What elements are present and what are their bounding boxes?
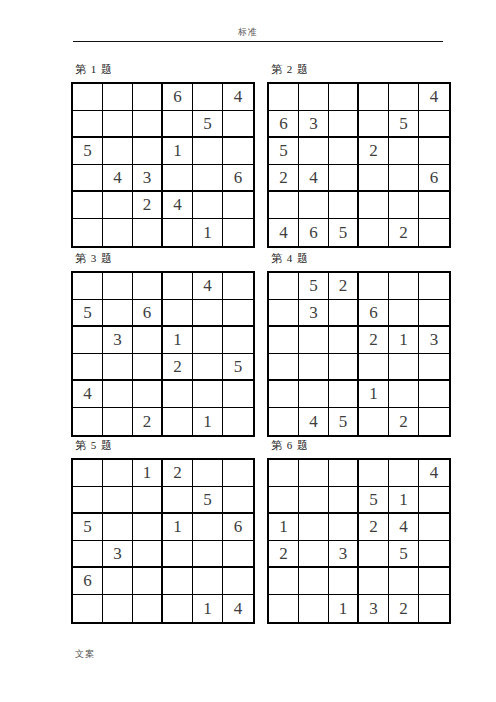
- puzzle-4-cell-r1c3: 2: [329, 273, 359, 300]
- puzzle-1-grid: 64551436241: [71, 82, 255, 248]
- puzzle-1-cell-r2c1: [73, 111, 103, 138]
- puzzle-1-cell-r1c3: [133, 84, 163, 111]
- puzzle-2-cell-r3c5: [389, 138, 419, 165]
- puzzle-3-cell-r6c1: [73, 408, 103, 435]
- puzzle-2-cell-r3c4: 2: [359, 138, 389, 165]
- puzzle-4-cell-r3c6: 3: [419, 327, 449, 354]
- puzzle-1-cell-r6c3: [133, 219, 163, 246]
- puzzle-3-cell-r3c5: [193, 327, 223, 354]
- puzzle-2-cell-r5c1: [269, 192, 299, 219]
- puzzle-1-cell-r4c4: [163, 165, 193, 192]
- puzzle-6-cell-r1c2: [299, 460, 329, 487]
- puzzle-4-cell-r6c5: 2: [389, 408, 419, 435]
- puzzle-6-cell-r4c3: 3: [329, 541, 359, 568]
- puzzle-6-cell-r1c5: [389, 460, 419, 487]
- puzzle-2-cell-r1c4: [359, 84, 389, 111]
- puzzle-4-cell-r1c2: 5: [299, 273, 329, 300]
- puzzle-4-cell-r3c3: [329, 327, 359, 354]
- puzzle-1-cell-r3c1: 5: [73, 138, 103, 165]
- puzzle-5-cell-r1c4: 2: [163, 460, 193, 487]
- puzzle-4-cell-r1c1: [269, 273, 299, 300]
- puzzle-2-cell-r6c6: [419, 219, 449, 246]
- puzzle-3-cell-r1c6: [223, 273, 253, 300]
- puzzle-6-cell-r6c2: [299, 595, 329, 622]
- puzzle-5-cell-r4c5: [193, 541, 223, 568]
- puzzle-5-cell-r6c6: 4: [223, 595, 253, 622]
- puzzle-3-cell-r3c4: 1: [163, 327, 193, 354]
- puzzle-5-cell-r2c4: [163, 487, 193, 514]
- puzzle-2-cell-r4c2: 4: [299, 165, 329, 192]
- puzzle-2-cell-r4c3: [329, 165, 359, 192]
- puzzle-3-cell-r2c3: 6: [133, 300, 163, 327]
- puzzle-4-grid: 52362131452: [267, 271, 451, 437]
- puzzle-1-cell-r3c5: [193, 138, 223, 165]
- puzzle-6-cell-r5c4: [359, 568, 389, 595]
- puzzle-2-cell-r4c6: 6: [419, 165, 449, 192]
- puzzle-6-cell-r3c4: 2: [359, 514, 389, 541]
- puzzle-6-label: 第 6 题: [271, 438, 451, 451]
- puzzle-2-cell-r2c3: [329, 111, 359, 138]
- puzzle-2-cell-r3c1: 5: [269, 138, 299, 165]
- puzzle-5-cell-r6c1: [73, 595, 103, 622]
- puzzle-2-cell-r2c2: 3: [299, 111, 329, 138]
- puzzle-6-cell-r5c2: [299, 568, 329, 595]
- puzzle-1-cell-r4c5: [193, 165, 223, 192]
- puzzle-1-cell-r5c3: 2: [133, 192, 163, 219]
- puzzle-6-cell-r3c2: [299, 514, 329, 541]
- puzzle-5-grid: 1255163614: [71, 458, 255, 624]
- puzzle-2-cell-r2c4: [359, 111, 389, 138]
- puzzle-6-cell-r4c2: [299, 541, 329, 568]
- puzzle-5-cell-r1c5: [193, 460, 223, 487]
- puzzle-5-cell-r3c4: 1: [163, 514, 193, 541]
- puzzle-5-cell-r3c5: [193, 514, 223, 541]
- puzzle-5-label: 第 5 题: [75, 438, 255, 451]
- puzzle-2-cell-r5c2: [299, 192, 329, 219]
- puzzle-5-cell-r4c4: [163, 541, 193, 568]
- puzzle-3: 第 3 题 4563125421: [71, 251, 255, 437]
- puzzle-5-cell-r2c3: [133, 487, 163, 514]
- puzzle-6-cell-r3c3: [329, 514, 359, 541]
- puzzle-1-cell-r4c2: 4: [103, 165, 133, 192]
- puzzle-5-cell-r5c4: [163, 568, 193, 595]
- puzzle-5-cell-r4c6: [223, 541, 253, 568]
- puzzle-4-cell-r2c6: [419, 300, 449, 327]
- puzzle-2-cell-r1c5: [389, 84, 419, 111]
- puzzle-4-cell-r4c5: [389, 354, 419, 381]
- puzzle-3-cell-r1c5: 4: [193, 273, 223, 300]
- puzzle-1-cell-r4c6: 6: [223, 165, 253, 192]
- puzzle-1-cell-r1c5: [193, 84, 223, 111]
- puzzle-6-cell-r6c4: 3: [359, 595, 389, 622]
- puzzle-3-grid: 4563125421: [71, 271, 255, 437]
- puzzle-1-cell-r4c3: 3: [133, 165, 163, 192]
- puzzle-5-cell-r1c2: [103, 460, 133, 487]
- puzzle-1-cell-r3c6: [223, 138, 253, 165]
- puzzle-4-cell-r5c4: 1: [359, 381, 389, 408]
- puzzle-2-cell-r6c1: 4: [269, 219, 299, 246]
- footer-label: 文案: [75, 648, 95, 661]
- puzzle-4-cell-r5c2: [299, 381, 329, 408]
- puzzle-1-cell-r5c2: [103, 192, 133, 219]
- puzzle-3-cell-r1c2: [103, 273, 133, 300]
- puzzle-1-cell-r6c6: [223, 219, 253, 246]
- puzzle-3-cell-r4c6: 5: [223, 354, 253, 381]
- puzzle-3-cell-r5c4: [163, 381, 193, 408]
- puzzle-5-cell-r5c3: [133, 568, 163, 595]
- puzzle-5-cell-r6c3: [133, 595, 163, 622]
- puzzle-5-cell-r6c4: [163, 595, 193, 622]
- puzzle-6-cell-r1c6: 4: [419, 460, 449, 487]
- puzzle-6-cell-r5c6: [419, 568, 449, 595]
- puzzle-4-cell-r6c4: [359, 408, 389, 435]
- puzzle-4-cell-r4c2: [299, 354, 329, 381]
- puzzle-3-cell-r2c6: [223, 300, 253, 327]
- puzzle-5-cell-r1c6: [223, 460, 253, 487]
- puzzle-4-cell-r1c6: [419, 273, 449, 300]
- puzzle-1-cell-r1c6: 4: [223, 84, 253, 111]
- puzzle-4-label: 第 4 题: [271, 251, 451, 264]
- puzzle-1-cell-r5c4: 4: [163, 192, 193, 219]
- puzzle-2-cell-r2c6: [419, 111, 449, 138]
- puzzle-4-cell-r6c1: [269, 408, 299, 435]
- puzzle-3-cell-r4c2: [103, 354, 133, 381]
- puzzle-1-cell-r3c4: 1: [163, 138, 193, 165]
- puzzle-4-cell-r3c2: [299, 327, 329, 354]
- puzzle-3-cell-r1c1: [73, 273, 103, 300]
- puzzle-5-cell-r2c2: [103, 487, 133, 514]
- puzzle-1: 第 1 题 64551436241: [71, 62, 255, 248]
- puzzle-6-cell-r4c6: [419, 541, 449, 568]
- puzzle-5-cell-r2c6: [223, 487, 253, 514]
- puzzle-4-cell-r4c3: [329, 354, 359, 381]
- puzzle-4-cell-r4c6: [419, 354, 449, 381]
- puzzle-1-cell-r4c1: [73, 165, 103, 192]
- puzzle-1-cell-r6c4: [163, 219, 193, 246]
- puzzle-2-cell-r3c3: [329, 138, 359, 165]
- puzzle-1-cell-r2c4: [163, 111, 193, 138]
- puzzle-2-cell-r5c6: [419, 192, 449, 219]
- puzzle-4-cell-r3c5: 1: [389, 327, 419, 354]
- puzzle-4-cell-r2c1: [269, 300, 299, 327]
- puzzle-6-cell-r1c3: [329, 460, 359, 487]
- puzzle-4-cell-r2c5: [389, 300, 419, 327]
- puzzle-4-cell-r2c3: [329, 300, 359, 327]
- puzzle-3-cell-r2c5: [193, 300, 223, 327]
- puzzle-3-cell-r6c4: [163, 408, 193, 435]
- puzzle-5-cell-r3c1: 5: [73, 514, 103, 541]
- puzzle-6-cell-r1c4: [359, 460, 389, 487]
- puzzle-6-cell-r3c1: 1: [269, 514, 299, 541]
- puzzle-2-cell-r6c2: 6: [299, 219, 329, 246]
- puzzle-3-cell-r1c3: [133, 273, 163, 300]
- puzzle-1-cell-r6c2: [103, 219, 133, 246]
- puzzle-3-cell-r4c5: [193, 354, 223, 381]
- puzzle-6-cell-r2c3: [329, 487, 359, 514]
- puzzle-3-cell-r2c2: [103, 300, 133, 327]
- header-rule: [73, 41, 443, 42]
- puzzle-2-cell-r6c3: 5: [329, 219, 359, 246]
- puzzle-5-cell-r6c2: [103, 595, 133, 622]
- puzzle-6-cell-r6c5: 2: [389, 595, 419, 622]
- puzzle-5-cell-r3c2: [103, 514, 133, 541]
- puzzle-2-cell-r1c6: 4: [419, 84, 449, 111]
- puzzle-1-cell-r1c4: 6: [163, 84, 193, 111]
- puzzle-1-cell-r5c6: [223, 192, 253, 219]
- puzzle-3-cell-r6c3: 2: [133, 408, 163, 435]
- puzzle-2-cell-r1c2: [299, 84, 329, 111]
- puzzle-1-cell-r2c3: [133, 111, 163, 138]
- puzzle-1-cell-r3c2: [103, 138, 133, 165]
- puzzle-2-cell-r5c3: [329, 192, 359, 219]
- puzzle-1-cell-r1c1: [73, 84, 103, 111]
- puzzle-3-cell-r4c3: [133, 354, 163, 381]
- puzzle-4-cell-r5c6: [419, 381, 449, 408]
- puzzle-3-cell-r1c4: [163, 273, 193, 300]
- puzzle-6-cell-r2c4: 5: [359, 487, 389, 514]
- puzzle-4-cell-r4c1: [269, 354, 299, 381]
- puzzle-6-cell-r3c6: [419, 514, 449, 541]
- puzzle-3-cell-r4c1: [73, 354, 103, 381]
- puzzle-5-cell-r2c5: 5: [193, 487, 223, 514]
- puzzle-3-cell-r5c3: [133, 381, 163, 408]
- puzzle-3-cell-r6c6: [223, 408, 253, 435]
- puzzle-3-cell-r5c6: [223, 381, 253, 408]
- puzzle-6-cell-r5c3: [329, 568, 359, 595]
- puzzle-1-cell-r1c2: [103, 84, 133, 111]
- puzzle-5-cell-r1c1: [73, 460, 103, 487]
- puzzle-5-cell-r5c1: 6: [73, 568, 103, 595]
- puzzle-2-cell-r3c2: [299, 138, 329, 165]
- puzzle-6: 第 6 题 451124235132: [267, 438, 451, 624]
- puzzle-2-cell-r2c1: 6: [269, 111, 299, 138]
- puzzle-6-cell-r3c5: 4: [389, 514, 419, 541]
- puzzle-3-cell-r3c6: [223, 327, 253, 354]
- puzzle-6-cell-r4c4: [359, 541, 389, 568]
- puzzle-1-cell-r6c1: [73, 219, 103, 246]
- puzzle-6-cell-r6c3: 1: [329, 595, 359, 622]
- puzzle-5-cell-r1c3: 1: [133, 460, 163, 487]
- puzzle-2-cell-r4c5: [389, 165, 419, 192]
- puzzle-1-cell-r2c5: 5: [193, 111, 223, 138]
- puzzle-3-cell-r3c3: [133, 327, 163, 354]
- puzzle-4-cell-r5c3: [329, 381, 359, 408]
- puzzle-3-cell-r5c2: [103, 381, 133, 408]
- puzzle-6-cell-r2c2: [299, 487, 329, 514]
- puzzle-4-cell-r4c4: [359, 354, 389, 381]
- puzzle-1-cell-r6c5: 1: [193, 219, 223, 246]
- puzzle-3-cell-r2c4: [163, 300, 193, 327]
- puzzle-3-cell-r6c5: 1: [193, 408, 223, 435]
- puzzle-5-cell-r5c2: [103, 568, 133, 595]
- puzzle-3-label: 第 3 题: [75, 251, 255, 264]
- puzzle-4-cell-r6c3: 5: [329, 408, 359, 435]
- puzzle-3-cell-r5c5: [193, 381, 223, 408]
- puzzle-2-cell-r2c5: 5: [389, 111, 419, 138]
- puzzle-1-cell-r2c6: [223, 111, 253, 138]
- puzzle-3-cell-r3c2: 3: [103, 327, 133, 354]
- puzzle-4-cell-r6c2: 4: [299, 408, 329, 435]
- header-title: 标准: [0, 26, 496, 39]
- puzzle-5-cell-r2c1: [73, 487, 103, 514]
- puzzle-1-cell-r5c1: [73, 192, 103, 219]
- puzzle-5-cell-r5c5: [193, 568, 223, 595]
- puzzle-2-cell-r1c1: [269, 84, 299, 111]
- puzzle-2-cell-r6c4: [359, 219, 389, 246]
- puzzle-5-cell-r3c3: [133, 514, 163, 541]
- puzzle-2-cell-r5c5: [389, 192, 419, 219]
- puzzle-5-cell-r3c6: 6: [223, 514, 253, 541]
- puzzle-4-cell-r2c2: 3: [299, 300, 329, 327]
- puzzle-5-cell-r5c6: [223, 568, 253, 595]
- puzzle-5-cell-r4c3: [133, 541, 163, 568]
- puzzle-3-cell-r6c2: [103, 408, 133, 435]
- puzzle-1-cell-r5c5: [193, 192, 223, 219]
- puzzle-4-cell-r6c6: [419, 408, 449, 435]
- puzzle-2: 第 2 题 4635522464652: [267, 62, 451, 248]
- puzzle-2-cell-r6c5: 2: [389, 219, 419, 246]
- puzzle-3-cell-r4c4: 2: [163, 354, 193, 381]
- puzzle-4-cell-r1c5: [389, 273, 419, 300]
- puzzle-6-cell-r1c1: [269, 460, 299, 487]
- puzzle-2-label: 第 2 题: [271, 62, 451, 75]
- puzzle-4-cell-r2c4: 6: [359, 300, 389, 327]
- puzzle-2-cell-r5c4: [359, 192, 389, 219]
- puzzle-6-cell-r5c5: [389, 568, 419, 595]
- puzzle-6-cell-r4c5: 5: [389, 541, 419, 568]
- puzzle-5: 第 5 题 1255163614: [71, 438, 255, 624]
- puzzle-4-cell-r1c4: [359, 273, 389, 300]
- puzzle-6-cell-r2c6: [419, 487, 449, 514]
- puzzle-4: 第 4 题 52362131452: [267, 251, 451, 437]
- puzzle-3-cell-r2c1: 5: [73, 300, 103, 327]
- puzzle-3-cell-r3c1: [73, 327, 103, 354]
- puzzle-1-cell-r3c3: [133, 138, 163, 165]
- puzzle-6-cell-r2c5: 1: [389, 487, 419, 514]
- puzzle-2-cell-r3c6: [419, 138, 449, 165]
- puzzle-6-cell-r6c1: [269, 595, 299, 622]
- puzzle-3-cell-r5c1: 4: [73, 381, 103, 408]
- puzzle-6-cell-r6c6: [419, 595, 449, 622]
- puzzle-2-cell-r1c3: [329, 84, 359, 111]
- puzzle-4-cell-r3c4: 2: [359, 327, 389, 354]
- puzzle-5-cell-r4c2: 3: [103, 541, 133, 568]
- puzzle-6-grid: 451124235132: [267, 458, 451, 624]
- puzzle-4-cell-r3c1: [269, 327, 299, 354]
- puzzle-5-cell-r6c5: 1: [193, 595, 223, 622]
- puzzle-1-label: 第 1 题: [75, 62, 255, 75]
- worksheet-page: { "game": "sudoku (6x6 grid, 2-row x 3-c…: [0, 0, 496, 702]
- puzzle-5-cell-r4c1: [73, 541, 103, 568]
- puzzle-6-cell-r2c1: [269, 487, 299, 514]
- puzzle-6-cell-r4c1: 2: [269, 541, 299, 568]
- puzzle-4-cell-r5c5: [389, 381, 419, 408]
- puzzle-6-cell-r5c1: [269, 568, 299, 595]
- puzzle-2-cell-r4c1: 2: [269, 165, 299, 192]
- puzzle-2-cell-r4c4: [359, 165, 389, 192]
- puzzle-4-cell-r5c1: [269, 381, 299, 408]
- puzzle-2-grid: 4635522464652: [267, 82, 451, 248]
- puzzle-1-cell-r2c2: [103, 111, 133, 138]
